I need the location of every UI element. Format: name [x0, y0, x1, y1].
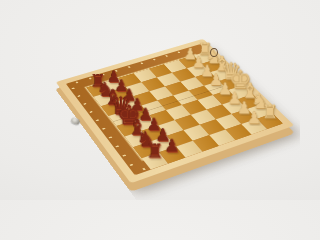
- latch-ring-icon: [210, 48, 218, 57]
- square-r2c2: [133, 91, 157, 105]
- chess-set-photo: ♜♟♟♜♞♟♟♞♝♟♟♝♛♟♟♛♚♟♟♚♝♟♟♝♞♟♟♞♜♟♟♜: [0, 0, 300, 200]
- square-r2c0: ♝: [101, 101, 125, 116]
- scene: ♜♟♟♜♞♟♟♞♝♟♟♝♛♟♟♛♚♟♟♚♝♟♟♝♞♟♟♞♜♟♟♜: [0, 0, 300, 200]
- piece-white-rook: ♜: [251, 86, 288, 121]
- square-r7c5: [225, 124, 251, 140]
- board-frame: ♜♟♟♜♞♟♟♞♝♟♟♝♛♟♟♛♚♟♟♚♝♟♟♝♞♟♟♞♜♟♟♜: [66, 44, 283, 175]
- chess-board: ♜♟♟♜♞♟♟♞♝♟♟♝♛♟♟♛♚♟♟♚♝♟♟♝♞♟♟♞♜♟♟♜: [56, 39, 295, 184]
- piece-black-bishop: ♝: [95, 74, 131, 108]
